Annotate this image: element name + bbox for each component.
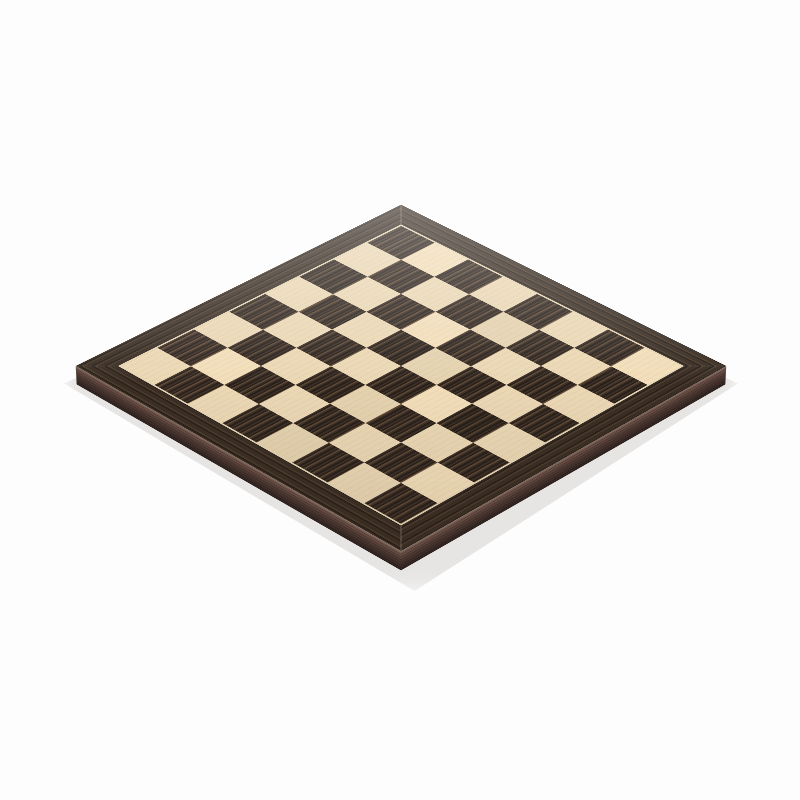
squares-grid [121,226,681,524]
maple-inlay-line [118,225,684,526]
page-background [0,0,800,800]
chess-board [76,205,727,551]
